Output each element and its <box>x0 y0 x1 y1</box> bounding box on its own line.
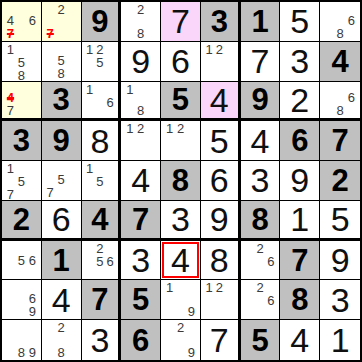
pencil-marks: 12 <box>201 42 238 81</box>
cell-r9c3[interactable]: 3 <box>82 320 122 360</box>
cell-r3c1[interactable]: 47 <box>2 82 42 122</box>
cell-r1c4[interactable]: 28 <box>121 2 161 42</box>
given-digit: 1 <box>251 6 268 37</box>
cell-r5c2[interactable]: 57 <box>42 161 82 201</box>
pencil-marks: 12 <box>201 280 238 319</box>
entered-digit: 5 <box>210 124 229 158</box>
pencil-marks: 56 <box>2 241 41 280</box>
sudoku-board: 4672792873156815858125961273447316185492… <box>0 0 362 362</box>
cell-r7c5[interactable]: 4 <box>161 241 201 281</box>
cell-r9c5[interactable]: 29 <box>161 320 201 360</box>
pencil-marks: 125 <box>82 42 119 81</box>
entered-digit: 3 <box>290 44 309 78</box>
pencil-marks: 12 <box>121 121 160 160</box>
given-digit: 7 <box>132 204 149 235</box>
pencil-mark: 8 <box>135 27 146 40</box>
given-digit: 9 <box>53 125 70 156</box>
pencil-marks: 12 <box>161 121 200 160</box>
entered-digit: 8 <box>210 243 229 277</box>
given-digit: 3 <box>53 84 70 115</box>
pencil-mark: 5 <box>95 56 105 69</box>
pencil-mark: 7 <box>5 188 16 201</box>
pencil-mark: 1 <box>85 43 95 56</box>
cell-r5c4[interactable]: 4 <box>121 161 161 201</box>
entered-digit: 1 <box>290 202 309 236</box>
cell-r9c6[interactable]: 7 <box>201 320 241 360</box>
pencil-marks: 256 <box>82 241 119 280</box>
cell-r5c5[interactable]: 8 <box>161 161 201 201</box>
given-digit: 5 <box>132 284 149 315</box>
pencil-marks: 16 <box>82 82 119 119</box>
given-digit: 8 <box>172 165 189 196</box>
given-digit: 8 <box>291 284 308 315</box>
entered-digit: 4 <box>171 243 190 277</box>
pencil-mark: 6 <box>105 255 115 268</box>
pencil-mark: 1 <box>5 162 16 175</box>
entered-digit: 4 <box>131 163 150 197</box>
pencil-mark: 9 <box>27 346 38 359</box>
cell-r7c9[interactable]: 9 <box>320 241 360 281</box>
pencil-mark: 6 <box>346 91 357 104</box>
pencil-mark: 6 <box>346 14 357 27</box>
cell-r1c3[interactable]: 9 <box>82 2 122 42</box>
cell-r8c6[interactable]: 12 <box>201 280 241 320</box>
pencil-mark: 6 <box>266 294 277 307</box>
entered-digit: 3 <box>171 202 190 236</box>
cell-r7c1[interactable]: 56 <box>2 241 42 281</box>
cell-r2c8[interactable]: 3 <box>280 42 320 82</box>
pencil-marks: 68 <box>320 82 360 119</box>
pencil-mark: 2 <box>135 122 146 135</box>
cell-r1c7[interactable]: 1 <box>241 2 281 42</box>
pencil-marks: 15 <box>82 161 119 200</box>
pencil-mark: 5 <box>16 254 27 267</box>
entered-digit: 7 <box>210 323 229 357</box>
entered-digit: 9 <box>131 44 150 78</box>
entered-digit: 3 <box>331 283 350 317</box>
pencil-marks: 57 <box>42 161 81 200</box>
cell-r1c2[interactable]: 27 <box>42 2 82 42</box>
cell-r5c8[interactable]: 9 <box>280 161 320 201</box>
given-digit: 1 <box>53 245 70 276</box>
pencil-mark: 4 <box>5 14 16 27</box>
pencil-marks: 158 <box>2 42 41 81</box>
pencil-mark: 6 <box>27 14 38 27</box>
pencil-marks: 47 <box>2 82 41 119</box>
cell-r8c7[interactable]: 26 <box>241 280 281 320</box>
pencil-marks: 89 <box>2 320 41 360</box>
pencil-mark: 2 <box>175 122 186 135</box>
cell-r5c3[interactable]: 15 <box>82 161 122 201</box>
cell-r3c8[interactable]: 2 <box>280 82 320 122</box>
cell-r9c9[interactable]: 1 <box>320 320 360 360</box>
cell-r6c9[interactable]: 5 <box>320 201 360 241</box>
entered-digit: 9 <box>210 202 229 236</box>
cell-r2c6[interactable]: 12 <box>201 42 241 82</box>
cell-r8c1[interactable]: 69 <box>2 280 42 320</box>
pencil-mark: 1 <box>85 162 95 175</box>
entered-digit: 3 <box>131 243 150 277</box>
cell-r6c6[interactable]: 9 <box>201 201 241 241</box>
pencil-mark: 8 <box>334 104 345 117</box>
given-digit: 7 <box>331 125 348 156</box>
pencil-marks: 58 <box>42 42 81 81</box>
entered-digit: 6 <box>210 163 229 197</box>
pencil-mark: 8 <box>135 104 146 117</box>
entered-digit: 1 <box>331 323 350 357</box>
pencil-mark: 2 <box>214 43 224 56</box>
cell-r4c9[interactable]: 7 <box>320 121 360 161</box>
entered-digit: 4 <box>210 83 229 117</box>
cell-r4c2[interactable]: 9 <box>42 121 82 161</box>
cell-r7c6[interactable]: 8 <box>201 241 241 281</box>
pencil-mark: 7 <box>5 104 16 117</box>
given-digit: 4 <box>91 204 108 235</box>
cell-r4c8[interactable]: 6 <box>280 121 320 161</box>
cell-r9c7[interactable]: 5 <box>241 320 281 360</box>
pencil-marks: 157 <box>2 161 41 200</box>
cell-r1c5[interactable]: 7 <box>161 2 201 42</box>
given-digit: 9 <box>91 6 108 37</box>
cell-r3c5[interactable]: 5 <box>161 82 201 122</box>
pencil-marks: 26 <box>241 280 280 319</box>
pencil-mark: 9 <box>186 346 197 359</box>
cell-r6c4[interactable]: 7 <box>121 201 161 241</box>
cell-r1c6[interactable]: 3 <box>201 2 241 42</box>
pencil-mark: 5 <box>16 175 27 188</box>
cell-r3c4[interactable]: 18 <box>121 82 161 122</box>
cell-r5c7[interactable]: 3 <box>241 161 281 201</box>
pencil-marks: 26 <box>241 241 280 280</box>
pencil-marks: 19 <box>161 280 200 319</box>
entered-digit: 5 <box>331 202 350 236</box>
pencil-mark: 1 <box>164 122 175 135</box>
pencil-mark: 2 <box>255 281 266 294</box>
cell-r3c7[interactable]: 9 <box>241 82 281 122</box>
cell-r7c3[interactable]: 256 <box>82 241 122 281</box>
given-digit: 5 <box>172 84 189 115</box>
pencil-mark: 6 <box>27 254 38 267</box>
pencil-mark: 2 <box>95 43 105 56</box>
given-digit: 3 <box>211 6 228 37</box>
cell-r2c4[interactable]: 9 <box>121 42 161 82</box>
pencil-mark: 5 <box>95 255 105 268</box>
entered-digit: 7 <box>171 4 190 38</box>
cell-r2c5[interactable]: 6 <box>161 42 201 82</box>
entered-digit: 7 <box>251 44 270 78</box>
cell-r4c6[interactable]: 5 <box>201 121 241 161</box>
cell-r7c7[interactable]: 26 <box>241 241 281 281</box>
cell-r4c3[interactable]: 8 <box>82 121 122 161</box>
cell-r5c1[interactable]: 157 <box>2 161 42 201</box>
cell-r4c4[interactable]: 12 <box>121 121 161 161</box>
pencil-mark: 6 <box>105 96 115 109</box>
pencil-mark: 1 <box>5 43 16 56</box>
entered-digit: 9 <box>331 243 350 277</box>
cell-r1c9[interactable]: 68 <box>320 2 360 42</box>
cell-r1c1[interactable]: 467 <box>2 2 42 42</box>
given-digit: 7 <box>91 284 108 315</box>
cell-r7c4[interactable]: 3 <box>121 241 161 281</box>
entered-digit: 4 <box>290 323 309 357</box>
pencil-mark: 5 <box>95 175 105 188</box>
cell-r2c7[interactable]: 7 <box>241 42 281 82</box>
cell-r5c9[interactable]: 2 <box>320 161 360 201</box>
cell-r1c8[interactable]: 5 <box>280 2 320 42</box>
cell-r6c5[interactable]: 3 <box>161 201 201 241</box>
pencil-mark: 2 <box>255 242 266 255</box>
entered-digit: 6 <box>52 202 71 236</box>
entered-digit: 4 <box>251 124 270 158</box>
cell-r2c1[interactable]: 158 <box>2 42 42 82</box>
pencil-mark: 5 <box>56 173 67 186</box>
cell-r8c2[interactable]: 4 <box>42 280 82 320</box>
given-digit: 9 <box>251 84 268 115</box>
cell-r8c4[interactable]: 5 <box>121 280 161 320</box>
entered-digit: 5 <box>290 4 309 38</box>
given-digit: 5 <box>251 325 268 356</box>
cell-r4c1[interactable]: 3 <box>2 121 42 161</box>
pencil-mark: 8 <box>16 69 27 82</box>
pencil-mark: 5 <box>16 56 27 69</box>
entered-digit: 3 <box>251 163 270 197</box>
pencil-marks: 68 <box>320 2 360 41</box>
cell-r6c8[interactable]: 1 <box>280 201 320 241</box>
given-digit: 8 <box>251 204 268 235</box>
entered-digit: 8 <box>90 124 109 158</box>
pencil-marks: 28 <box>121 2 160 41</box>
cell-r9c8[interactable]: 4 <box>280 320 320 360</box>
cell-r7c8[interactable]: 7 <box>280 241 320 281</box>
cell-r5c6[interactable]: 6 <box>201 161 241 201</box>
pencil-marks: 27 <box>42 2 81 41</box>
pencil-mark: 8 <box>56 346 67 359</box>
entered-digit: 9 <box>290 163 309 197</box>
pencil-mark: 8 <box>16 346 27 359</box>
pencil-mark: 2 <box>95 242 105 255</box>
given-digit: 2 <box>13 204 30 235</box>
cell-r9c2[interactable]: 28 <box>42 320 82 360</box>
pencil-mark: 1 <box>204 43 214 56</box>
cell-r9c1[interactable]: 89 <box>2 320 42 360</box>
pencil-mark: 9 <box>27 305 38 318</box>
cell-r4c5[interactable]: 12 <box>161 121 201 161</box>
cell-r2c3[interactable]: 125 <box>82 42 122 82</box>
given-digit: 7 <box>291 245 308 276</box>
given-digit: 6 <box>291 125 308 156</box>
pencil-mark: 1 <box>85 83 95 96</box>
cell-r8c9[interactable]: 3 <box>320 280 360 320</box>
pencil-mark: 7 <box>45 186 56 199</box>
pencil-mark: 2 <box>214 281 224 294</box>
cell-r3c9[interactable]: 68 <box>320 82 360 122</box>
pencil-mark: 2 <box>175 321 186 334</box>
given-digit: 4 <box>331 46 348 77</box>
cell-r2c2[interactable]: 58 <box>42 42 82 82</box>
pencil-marks: 69 <box>2 280 41 319</box>
pencil-marks: 18 <box>121 82 160 119</box>
cell-r7c2[interactable]: 1 <box>42 241 82 281</box>
pencil-marks: 28 <box>42 320 81 360</box>
pencil-mark: 2 <box>56 321 67 334</box>
pencil-mark: 5 <box>56 54 67 67</box>
pencil-mark: 1 <box>124 122 135 135</box>
cell-r8c5[interactable]: 19 <box>161 280 201 320</box>
cell-r9c4[interactable]: 6 <box>121 320 161 360</box>
cell-r6c7[interactable]: 8 <box>241 201 281 241</box>
entered-digit: 6 <box>171 44 190 78</box>
given-digit: 6 <box>132 325 149 356</box>
pencil-mark: 6 <box>266 255 277 268</box>
entered-digit: 3 <box>90 323 109 357</box>
entered-digit: 2 <box>290 83 309 117</box>
cell-r4c7[interactable]: 4 <box>241 121 281 161</box>
given-digit: 3 <box>13 125 30 156</box>
pencil-marks: 467 <box>2 2 41 41</box>
pencil-mark: 2 <box>135 3 146 16</box>
given-digit: 2 <box>331 165 348 196</box>
cell-r8c8[interactable]: 8 <box>280 280 320 320</box>
pencil-mark: 8 <box>56 67 67 80</box>
cell-r3c2[interactable]: 3 <box>42 82 82 122</box>
pencil-marks: 29 <box>161 320 200 360</box>
pencil-mark: 1 <box>204 281 214 294</box>
pencil-mark: 1 <box>124 83 135 96</box>
cell-r8c3[interactable]: 7 <box>82 280 122 320</box>
pencil-mark: 2 <box>56 3 67 16</box>
cell-r6c1[interactable]: 2 <box>2 201 42 241</box>
cell-r2c9[interactable]: 4 <box>320 42 360 82</box>
pencil-mark: 8 <box>334 27 345 40</box>
eliminated-pencil-mark: 7 <box>45 27 56 40</box>
cell-r3c6[interactable]: 4 <box>201 82 241 122</box>
cell-r6c3[interactable]: 4 <box>82 201 122 241</box>
cell-r6c2[interactable]: 6 <box>42 201 82 241</box>
pencil-mark: 1 <box>164 281 175 294</box>
eliminated-pencil-mark: 7 <box>5 27 16 40</box>
pencil-mark: 9 <box>186 305 197 318</box>
cell-r3c3[interactable]: 16 <box>82 82 122 122</box>
entered-digit: 4 <box>52 283 71 317</box>
